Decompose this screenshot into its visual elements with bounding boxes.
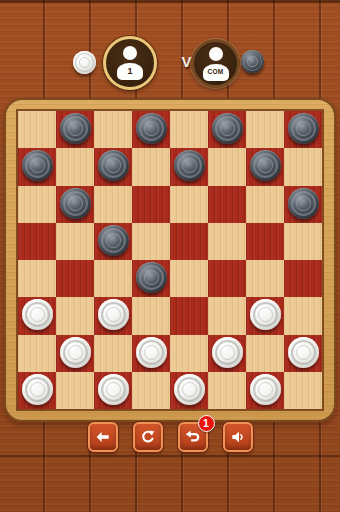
light-checker[interactable] <box>98 299 129 330</box>
square-d4[interactable] <box>132 260 170 297</box>
square-d2[interactable] <box>132 335 170 372</box>
light-checker[interactable] <box>250 299 281 330</box>
square-f2[interactable] <box>208 335 246 372</box>
square-d8[interactable] <box>132 111 170 148</box>
dark-checker[interactable] <box>136 113 167 144</box>
light-checker[interactable] <box>22 299 53 330</box>
board-grid <box>18 111 322 409</box>
square-f8[interactable] <box>208 111 246 148</box>
square-h7[interactable] <box>284 148 322 185</box>
square-f3[interactable] <box>208 297 246 334</box>
square-c6[interactable] <box>94 186 132 223</box>
dark-checker[interactable] <box>98 225 129 256</box>
square-c5[interactable] <box>94 223 132 260</box>
square-a6[interactable] <box>18 186 56 223</box>
dark-checker[interactable] <box>136 262 167 293</box>
square-a5[interactable] <box>18 223 56 260</box>
light-checker[interactable] <box>174 374 205 405</box>
square-e5[interactable] <box>170 223 208 260</box>
dark-checker[interactable] <box>60 113 91 144</box>
dark-checker[interactable] <box>250 150 281 181</box>
restart-button[interactable] <box>133 422 163 452</box>
square-e7[interactable] <box>170 148 208 185</box>
square-e4[interactable] <box>170 260 208 297</box>
square-a2[interactable] <box>18 335 56 372</box>
light-checker[interactable] <box>22 374 53 405</box>
person-icon: COM <box>201 47 231 81</box>
square-e2[interactable] <box>170 335 208 372</box>
square-a7[interactable] <box>18 148 56 185</box>
square-e8[interactable] <box>170 111 208 148</box>
square-b4[interactable] <box>56 260 94 297</box>
light-checker[interactable] <box>212 337 243 368</box>
back-arrow-icon <box>95 429 111 445</box>
square-g3[interactable] <box>246 297 284 334</box>
square-e1[interactable] <box>170 372 208 409</box>
square-h1[interactable] <box>284 372 322 409</box>
square-b8[interactable] <box>56 111 94 148</box>
square-d3[interactable] <box>132 297 170 334</box>
square-f5[interactable] <box>208 223 246 260</box>
person-head <box>123 46 137 60</box>
square-c1[interactable] <box>94 372 132 409</box>
match-header: 1 VS COM <box>0 0 340 96</box>
undo-button[interactable]: 1 <box>178 422 208 452</box>
dark-checker[interactable] <box>212 113 243 144</box>
dark-checker[interactable] <box>174 150 205 181</box>
square-f4[interactable] <box>208 260 246 297</box>
square-h5[interactable] <box>284 223 322 260</box>
board-frame <box>4 98 336 422</box>
square-c8[interactable] <box>94 111 132 148</box>
com-avatar: COM <box>191 39 240 88</box>
game-screen: 1 VS COM <box>0 0 340 512</box>
light-checker[interactable] <box>250 374 281 405</box>
person-head <box>209 47 223 61</box>
square-b2[interactable] <box>56 335 94 372</box>
dark-checker[interactable] <box>22 150 53 181</box>
square-e3[interactable] <box>170 297 208 334</box>
light-checker[interactable] <box>136 337 167 368</box>
square-g7[interactable] <box>246 148 284 185</box>
light-checker[interactable] <box>98 374 129 405</box>
square-f6[interactable] <box>208 186 246 223</box>
square-h2[interactable] <box>284 335 322 372</box>
bottom-toolbar: 1 <box>0 422 340 452</box>
square-f7[interactable] <box>208 148 246 185</box>
square-g6[interactable] <box>246 186 284 223</box>
restart-icon <box>140 429 156 445</box>
square-b3[interactable] <box>56 297 94 334</box>
square-a8[interactable] <box>18 111 56 148</box>
square-b5[interactable] <box>56 223 94 260</box>
player-avatar-label: 1 <box>127 67 132 76</box>
square-b6[interactable] <box>56 186 94 223</box>
undo-count-badge: 1 <box>198 415 215 432</box>
square-b1[interactable] <box>56 372 94 409</box>
speaker-icon <box>230 429 246 445</box>
person-torso: 1 <box>117 63 143 80</box>
square-e6[interactable] <box>170 186 208 223</box>
person-icon: 1 <box>115 46 145 80</box>
square-d1[interactable] <box>132 372 170 409</box>
square-d6[interactable] <box>132 186 170 223</box>
dark-checker[interactable] <box>288 188 319 219</box>
square-h8[interactable] <box>284 111 322 148</box>
square-d7[interactable] <box>132 148 170 185</box>
dark-checker[interactable] <box>288 113 319 144</box>
square-c3[interactable] <box>94 297 132 334</box>
square-a3[interactable] <box>18 297 56 334</box>
square-h6[interactable] <box>284 186 322 223</box>
square-g5[interactable] <box>246 223 284 260</box>
square-h3[interactable] <box>284 297 322 334</box>
square-c7[interactable] <box>94 148 132 185</box>
square-c4[interactable] <box>94 260 132 297</box>
com-avatar-label: COM <box>208 69 224 76</box>
light-checker[interactable] <box>288 337 319 368</box>
person-torso: COM <box>203 64 229 81</box>
square-g4[interactable] <box>246 260 284 297</box>
light-checker-icon <box>73 51 96 74</box>
light-checker[interactable] <box>60 337 91 368</box>
back-button[interactable] <box>88 422 118 452</box>
undo-icon <box>185 429 201 445</box>
square-g8[interactable] <box>246 111 284 148</box>
square-c2[interactable] <box>94 335 132 372</box>
square-f1[interactable] <box>208 372 246 409</box>
square-d5[interactable] <box>132 223 170 260</box>
dark-checker-icon <box>241 50 264 73</box>
dark-checker[interactable] <box>98 150 129 181</box>
square-a1[interactable] <box>18 372 56 409</box>
square-g1[interactable] <box>246 372 284 409</box>
square-g2[interactable] <box>246 335 284 372</box>
player-avatar: 1 <box>103 36 157 90</box>
square-a4[interactable] <box>18 260 56 297</box>
sound-button[interactable] <box>223 422 253 452</box>
square-h4[interactable] <box>284 260 322 297</box>
dark-checker[interactable] <box>60 188 91 219</box>
square-b7[interactable] <box>56 148 94 185</box>
